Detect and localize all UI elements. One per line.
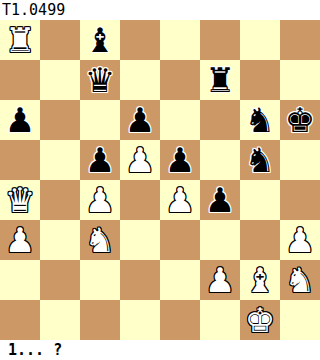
square-d1[interactable] — [120, 300, 160, 340]
square-a7[interactable] — [0, 60, 40, 100]
square-f8[interactable] — [200, 20, 240, 60]
square-e7[interactable] — [160, 60, 200, 100]
square-h1[interactable] — [280, 300, 320, 340]
square-c7[interactable]: ♛ — [80, 60, 120, 100]
piece-white-bishop[interactable]: ♝ — [245, 260, 275, 300]
chess-board: ♜♝♛♜♟♟♞♚♟♟♟♞♛♟♟♟♟♞♟♟♝♞♚ — [0, 20, 320, 340]
piece-black-pawn[interactable]: ♟ — [85, 140, 115, 180]
square-c1[interactable] — [80, 300, 120, 340]
piece-white-queen[interactable]: ♛ — [5, 180, 35, 220]
piece-black-bishop[interactable]: ♝ — [85, 20, 115, 60]
square-g2[interactable]: ♝ — [240, 260, 280, 300]
square-b7[interactable] — [40, 60, 80, 100]
piece-white-pawn[interactable]: ♟ — [85, 180, 115, 220]
square-a4[interactable]: ♛ — [0, 180, 40, 220]
square-g4[interactable] — [240, 180, 280, 220]
square-b8[interactable] — [40, 20, 80, 60]
square-a8[interactable]: ♜ — [0, 20, 40, 60]
piece-white-pawn[interactable]: ♟ — [165, 180, 195, 220]
piece-black-queen[interactable]: ♛ — [85, 60, 115, 100]
square-e3[interactable] — [160, 220, 200, 260]
square-c2[interactable] — [80, 260, 120, 300]
square-g5[interactable]: ♞ — [240, 140, 280, 180]
square-h8[interactable] — [280, 20, 320, 60]
piece-white-knight[interactable]: ♞ — [85, 220, 115, 260]
square-e6[interactable] — [160, 100, 200, 140]
piece-black-knight[interactable]: ♞ — [245, 100, 275, 140]
square-b2[interactable] — [40, 260, 80, 300]
square-d8[interactable] — [120, 20, 160, 60]
square-c6[interactable] — [80, 100, 120, 140]
piece-white-rook[interactable]: ♜ — [5, 20, 35, 60]
square-e1[interactable] — [160, 300, 200, 340]
square-d6[interactable]: ♟ — [120, 100, 160, 140]
square-h2[interactable]: ♞ — [280, 260, 320, 300]
piece-black-pawn[interactable]: ♟ — [5, 100, 35, 140]
square-f7[interactable]: ♜ — [200, 60, 240, 100]
piece-white-pawn[interactable]: ♟ — [205, 260, 235, 300]
square-d4[interactable] — [120, 180, 160, 220]
square-f4[interactable]: ♟ — [200, 180, 240, 220]
square-a3[interactable]: ♟ — [0, 220, 40, 260]
piece-white-pawn[interactable]: ♟ — [5, 220, 35, 260]
square-h6[interactable]: ♚ — [280, 100, 320, 140]
square-f3[interactable] — [200, 220, 240, 260]
puzzle-title: T1.0499 — [0, 0, 320, 20]
square-a5[interactable] — [0, 140, 40, 180]
piece-white-pawn[interactable]: ♟ — [125, 140, 155, 180]
move-prompt: 1... ? — [0, 340, 320, 360]
square-g6[interactable]: ♞ — [240, 100, 280, 140]
square-h5[interactable] — [280, 140, 320, 180]
square-h3[interactable]: ♟ — [280, 220, 320, 260]
piece-white-knight[interactable]: ♞ — [285, 260, 315, 300]
square-f2[interactable]: ♟ — [200, 260, 240, 300]
piece-white-pawn[interactable]: ♟ — [285, 220, 315, 260]
square-a6[interactable]: ♟ — [0, 100, 40, 140]
square-e8[interactable] — [160, 20, 200, 60]
piece-black-rook[interactable]: ♜ — [205, 60, 235, 100]
piece-black-king[interactable]: ♚ — [285, 100, 315, 140]
square-a1[interactable] — [0, 300, 40, 340]
square-b5[interactable] — [40, 140, 80, 180]
piece-black-pawn[interactable]: ♟ — [125, 100, 155, 140]
square-e2[interactable] — [160, 260, 200, 300]
square-g1[interactable]: ♚ — [240, 300, 280, 340]
square-g8[interactable] — [240, 20, 280, 60]
square-c3[interactable]: ♞ — [80, 220, 120, 260]
square-c5[interactable]: ♟ — [80, 140, 120, 180]
square-g3[interactable] — [240, 220, 280, 260]
square-f1[interactable] — [200, 300, 240, 340]
square-h7[interactable] — [280, 60, 320, 100]
piece-black-pawn[interactable]: ♟ — [165, 140, 195, 180]
square-b6[interactable] — [40, 100, 80, 140]
square-a2[interactable] — [0, 260, 40, 300]
piece-black-pawn[interactable]: ♟ — [205, 180, 235, 220]
square-c8[interactable]: ♝ — [80, 20, 120, 60]
square-b4[interactable] — [40, 180, 80, 220]
piece-black-knight[interactable]: ♞ — [245, 140, 275, 180]
square-g7[interactable] — [240, 60, 280, 100]
piece-white-king[interactable]: ♚ — [245, 300, 275, 340]
square-f5[interactable] — [200, 140, 240, 180]
square-d2[interactable] — [120, 260, 160, 300]
square-e5[interactable]: ♟ — [160, 140, 200, 180]
square-c4[interactable]: ♟ — [80, 180, 120, 220]
square-h4[interactable] — [280, 180, 320, 220]
square-e4[interactable]: ♟ — [160, 180, 200, 220]
square-d3[interactable] — [120, 220, 160, 260]
square-b1[interactable] — [40, 300, 80, 340]
square-b3[interactable] — [40, 220, 80, 260]
square-f6[interactable] — [200, 100, 240, 140]
square-d7[interactable] — [120, 60, 160, 100]
square-d5[interactable]: ♟ — [120, 140, 160, 180]
